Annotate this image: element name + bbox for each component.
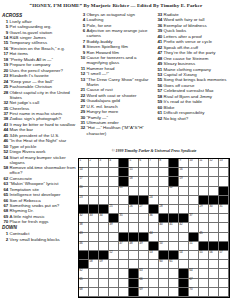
cell-number: 69 bbox=[139, 288, 142, 291]
clue-text: Pole, for one bbox=[87, 23, 112, 28]
cell-r1c9[interactable]: 8 bbox=[159, 159, 169, 168]
cell-r1c2[interactable]: 2 bbox=[89, 159, 99, 168]
cell-number: 68 bbox=[79, 288, 82, 291]
clue-across-46: 46“In the Heat of the Night” star bbox=[2, 138, 76, 143]
cell-number: 16 bbox=[179, 168, 182, 171]
cell-r11c13[interactable]: 55 bbox=[199, 251, 209, 260]
cell-r10c3[interactable] bbox=[99, 242, 109, 251]
cell-number: 40 bbox=[159, 223, 162, 226]
clue-text: Intelligence test developer bbox=[10, 192, 61, 197]
cell-r15c8[interactable] bbox=[149, 288, 159, 297]
cell-number: 17 bbox=[79, 177, 82, 180]
cell-r5c11[interactable] bbox=[179, 196, 189, 205]
cell-r3c11[interactable]: 19 bbox=[179, 177, 189, 186]
cell-r7c3[interactable]: 34 bbox=[99, 214, 109, 223]
cell-r7c13[interactable] bbox=[199, 214, 209, 223]
clue-text: Zodiac sign’s photograph? bbox=[10, 116, 61, 121]
clue-number: 36 bbox=[156, 23, 162, 28]
clue-down-12: 12“I smell —!” bbox=[79, 71, 152, 76]
clue-text: It’s read at the table bbox=[164, 99, 203, 104]
clue-number: 68 bbox=[2, 208, 8, 213]
cell-r12c11[interactable] bbox=[179, 260, 189, 269]
down-clue-list-part2: 3Obeys an octagonal sign4Loathing5Pole, … bbox=[79, 12, 152, 136]
clue-number: 25 bbox=[2, 84, 8, 89]
cell-r14c13[interactable] bbox=[199, 279, 209, 288]
cell-r2c4[interactable] bbox=[109, 168, 119, 177]
cell-r11c4[interactable]: 52 bbox=[109, 251, 119, 260]
cell-r12c3[interactable]: 59 bbox=[99, 260, 109, 269]
cell-r11c7[interactable] bbox=[139, 251, 149, 260]
clue-text: They’re the life of the party bbox=[164, 50, 216, 55]
cell-r15c7[interactable]: 69 bbox=[139, 288, 149, 297]
cell-r3c2[interactable] bbox=[89, 177, 99, 186]
cell-r15c10[interactable] bbox=[169, 288, 179, 297]
cell-r4c14[interactable] bbox=[209, 187, 219, 196]
cell-r10c2[interactable] bbox=[89, 242, 99, 251]
cell-r6c14[interactable]: 30 bbox=[209, 205, 219, 214]
clue-text: Lively affair bbox=[10, 19, 32, 24]
cell-r12c2[interactable]: 58 bbox=[89, 260, 99, 269]
cell-r13c2[interactable] bbox=[89, 269, 99, 278]
cell-r12c4[interactable] bbox=[109, 260, 119, 269]
cell-r6c10[interactable] bbox=[169, 205, 179, 214]
clue-text: Buddy-buddy bbox=[87, 39, 113, 44]
cell-number: 44 bbox=[149, 232, 152, 235]
cell-number: 15 bbox=[129, 168, 132, 171]
cell-r14c5[interactable] bbox=[119, 279, 129, 288]
cell-r1c8[interactable]: 7 bbox=[149, 159, 159, 168]
cell-r5c1[interactable]: 23 bbox=[79, 196, 89, 205]
cell-r15c3[interactable] bbox=[99, 288, 109, 297]
cell-r10c1[interactable]: 46 bbox=[79, 242, 89, 251]
clue-text: “Pretty Maids All in —” bbox=[10, 57, 53, 62]
cell-r15c4[interactable] bbox=[109, 288, 119, 297]
cell-number: 66 bbox=[139, 278, 142, 281]
cell-r5c12[interactable] bbox=[189, 196, 199, 205]
cell-r4c3[interactable] bbox=[99, 187, 109, 196]
cell-r6c9[interactable]: 28 bbox=[159, 205, 169, 214]
clue-text: Hungry for more bbox=[87, 109, 119, 114]
clue-down-30: 30“Family —” bbox=[79, 115, 152, 120]
clue-column-2: 3Obeys an octagonal sign4Loathing5Pole, … bbox=[79, 12, 152, 152]
cell-r8c12[interactable] bbox=[189, 223, 199, 232]
clue-down-51: 51Maine clothing company bbox=[156, 67, 230, 72]
cell-r2c9[interactable] bbox=[159, 168, 169, 177]
cell-number: 24 bbox=[149, 196, 152, 199]
cell-r8c11[interactable]: 42 bbox=[179, 223, 189, 232]
clue-column-1: ACROSS 1Lively affair5Pet safeguarding o… bbox=[2, 12, 76, 298]
cell-r2c2[interactable] bbox=[89, 168, 99, 177]
clue-text: Cause for tweezers and a magnifying glas… bbox=[87, 55, 137, 65]
cell-r3c7[interactable] bbox=[139, 177, 149, 186]
clue-text: Adjective on many orange juice cartons bbox=[87, 28, 148, 38]
cell-r3c14[interactable] bbox=[209, 177, 219, 186]
clue-text: Man the bar bbox=[10, 127, 33, 132]
clue-text: Steven Spielberg film bbox=[87, 44, 129, 49]
cell-r8c14[interactable] bbox=[209, 223, 219, 232]
cell-r7c8[interactable]: 36 bbox=[149, 214, 159, 223]
cell-r3c12[interactable] bbox=[189, 177, 199, 186]
cell-r7c15[interactable] bbox=[219, 214, 229, 223]
clue-number: 3 bbox=[79, 12, 85, 17]
cell-number: 13 bbox=[219, 159, 222, 162]
cell-r4c11[interactable] bbox=[179, 187, 189, 196]
cell-r15c15[interactable] bbox=[219, 288, 229, 297]
clue-across-20: 20Uses the pencil sharpener? bbox=[2, 68, 76, 73]
cell-r4c15 bbox=[219, 187, 229, 196]
cell-number: 59 bbox=[99, 260, 102, 263]
cell-r14c9[interactable] bbox=[159, 279, 169, 288]
cell-r6c11[interactable] bbox=[179, 205, 189, 214]
cell-r4c7[interactable] bbox=[139, 187, 149, 196]
cell-r1c5 bbox=[119, 159, 129, 168]
cell-r1c13[interactable]: 11 bbox=[199, 159, 209, 168]
clue-text: 34th president of the U.S. bbox=[10, 133, 60, 138]
cell-r1c14[interactable]: 12 bbox=[209, 159, 219, 168]
cell-r10c9[interactable]: 50 bbox=[159, 242, 169, 251]
clue-across-54: 54Start of many bumper sticker slogans bbox=[2, 155, 76, 165]
clue-down-55: 55Song that brings back memories bbox=[156, 77, 230, 82]
cell-r1c15[interactable]: 13 bbox=[219, 159, 229, 168]
clue-number: 29 bbox=[79, 109, 85, 114]
cell-r11c8[interactable]: 53 bbox=[149, 251, 159, 260]
clue-number: 45 bbox=[2, 133, 8, 138]
cell-r10c10[interactable] bbox=[169, 242, 179, 251]
clue-number: 5 bbox=[79, 23, 85, 28]
cell-r12c5[interactable] bbox=[119, 260, 129, 269]
cell-r15c6 bbox=[129, 288, 139, 297]
cell-r7c12[interactable]: 37 bbox=[189, 214, 199, 223]
cell-r15c12[interactable]: 70 bbox=[189, 288, 199, 297]
cell-r3c9[interactable] bbox=[159, 177, 169, 186]
cell-r9c11[interactable] bbox=[179, 233, 189, 242]
cell-r3c13[interactable] bbox=[199, 177, 209, 186]
cell-r3c4[interactable] bbox=[109, 177, 119, 186]
cell-number: 50 bbox=[159, 242, 162, 245]
cell-number: 33 bbox=[89, 214, 92, 217]
cell-r3c3[interactable] bbox=[99, 177, 109, 186]
clue-number: 50 bbox=[2, 144, 8, 149]
clue-number: 41 bbox=[156, 39, 162, 44]
cell-r9c13[interactable]: 45 bbox=[199, 233, 209, 242]
cell-number: 67 bbox=[189, 278, 192, 281]
clue-across-23: 23Elizabeth I’s favorite bbox=[2, 73, 76, 78]
cell-r11c11[interactable]: 54 bbox=[179, 251, 189, 260]
cell-r14c3[interactable] bbox=[99, 279, 109, 288]
cell-r7c5[interactable]: 35 bbox=[119, 214, 129, 223]
cell-r13c4[interactable] bbox=[109, 269, 119, 278]
cell-r2c13[interactable] bbox=[199, 168, 209, 177]
cell-r2c3[interactable] bbox=[99, 168, 109, 177]
cell-number: 42 bbox=[179, 223, 182, 226]
clue-number: 28 bbox=[2, 90, 8, 95]
clue-text: Very small building blocks bbox=[10, 237, 60, 242]
clue-down-48: 48One cause for Steinem bbox=[156, 56, 230, 61]
cell-r6c6[interactable]: 26 bbox=[129, 205, 139, 214]
clue-across-66: 66Son of Rebecca bbox=[2, 198, 76, 203]
cell-r12c9[interactable]: 60 bbox=[159, 260, 169, 269]
cell-r13c3[interactable] bbox=[99, 269, 109, 278]
cell-number: 57 bbox=[219, 251, 222, 254]
cell-number: 58 bbox=[89, 260, 92, 263]
cell-r15c14[interactable] bbox=[209, 288, 219, 297]
cell-r4c6[interactable] bbox=[129, 187, 139, 196]
cell-r4c5[interactable]: 21 bbox=[119, 187, 129, 196]
cell-r13c10[interactable] bbox=[169, 269, 179, 278]
clue-down-3: 3Obeys an octagonal sign bbox=[79, 12, 152, 17]
cell-r10c6[interactable]: 48 bbox=[129, 242, 139, 251]
clue-down-47: 47They’re the life of the party bbox=[156, 50, 230, 55]
clue-number: 48 bbox=[156, 56, 162, 61]
cell-r4c12[interactable] bbox=[189, 187, 199, 196]
cell-r15c1[interactable]: 68 bbox=[79, 288, 89, 297]
cell-number: 46 bbox=[79, 242, 82, 245]
cell-r1c12[interactable]: 10 bbox=[189, 159, 199, 168]
cell-r1c3[interactable]: 3 bbox=[99, 159, 109, 168]
cell-r8c4[interactable]: 39 bbox=[109, 223, 119, 232]
cell-r12c10[interactable]: 61 bbox=[169, 260, 179, 269]
cell-r3c15[interactable] bbox=[219, 177, 229, 186]
clue-number: 31 bbox=[79, 120, 85, 125]
cell-r13c14[interactable] bbox=[209, 269, 219, 278]
cell-r13c15[interactable] bbox=[219, 269, 229, 278]
cell-r1c4[interactable]: 4 bbox=[109, 159, 119, 168]
clue-down-62: 62No big shot? bbox=[156, 116, 230, 121]
clue-text: “Keep your — the ball” bbox=[10, 79, 54, 84]
cell-r9c4[interactable] bbox=[109, 233, 119, 242]
clue-text: Remove old-time shoemaker from office? bbox=[10, 165, 76, 175]
cell-number: 28 bbox=[159, 205, 162, 208]
clue-text: Loathing bbox=[87, 17, 104, 22]
cell-r12c6[interactable] bbox=[129, 260, 139, 269]
clue-number: 62 bbox=[156, 116, 162, 121]
cell-r9c15[interactable] bbox=[219, 233, 229, 242]
cell-number: 36 bbox=[149, 214, 152, 217]
clue-number: 63 bbox=[2, 181, 8, 186]
cell-r2c12[interactable] bbox=[189, 168, 199, 177]
cell-r8c5[interactable] bbox=[119, 223, 129, 232]
clue-across-1: 1Lively affair bbox=[2, 19, 76, 24]
cell-r7c2[interactable]: 33 bbox=[89, 214, 99, 223]
cell-r15c13[interactable] bbox=[199, 288, 209, 297]
clue-number: 1 bbox=[2, 231, 8, 236]
clue-number: 38 bbox=[2, 116, 8, 121]
clue-number: 33 bbox=[156, 12, 162, 17]
cell-number: 2 bbox=[89, 159, 91, 162]
clue-number: 32 bbox=[2, 100, 8, 105]
cell-number: 10 bbox=[189, 159, 192, 162]
clue-text: Place for fresh eggs bbox=[10, 219, 49, 224]
cell-r6c13[interactable]: 29 bbox=[199, 205, 209, 214]
cell-r8c3[interactable] bbox=[99, 223, 109, 232]
clue-number: 59 bbox=[156, 99, 162, 104]
clue-number: 52 bbox=[2, 149, 8, 154]
cell-r11c5[interactable] bbox=[119, 251, 129, 260]
cell-r2c14[interactable] bbox=[209, 168, 219, 177]
cell-r6c15[interactable]: 31 bbox=[219, 205, 229, 214]
clue-across-68: 68Rhyming Dr. bbox=[2, 208, 76, 213]
cell-r2c8[interactable] bbox=[149, 168, 159, 177]
clue-number: 9 bbox=[2, 30, 8, 35]
clue-text: R&B singer James bbox=[10, 35, 46, 40]
clue-text: Something snobs put on? bbox=[10, 203, 60, 208]
crossword-grid: 1234567891011121314151617181920212223242… bbox=[78, 158, 230, 298]
clue-down-6: 6Adjective on many orange juice cartons bbox=[79, 28, 152, 38]
cell-r5c10[interactable] bbox=[169, 196, 179, 205]
clue-across-50: 50Type of pickle bbox=[2, 144, 76, 149]
clue-down-11: 11Hammer head bbox=[79, 66, 152, 71]
clue-text: Capital of Xizang bbox=[164, 72, 197, 77]
cell-r9c14[interactable] bbox=[209, 233, 219, 242]
cell-r13c9[interactable] bbox=[159, 269, 169, 278]
cell-number: 7 bbox=[149, 159, 151, 162]
cell-r8c6[interactable] bbox=[129, 223, 139, 232]
cell-r8c9[interactable]: 40 bbox=[159, 223, 169, 232]
cell-r1c7[interactable]: 6 bbox=[139, 159, 149, 168]
cell-r4c2[interactable] bbox=[89, 187, 99, 196]
cell-r7c7[interactable] bbox=[139, 214, 149, 223]
clue-text: Ron Howard film bbox=[87, 50, 119, 55]
cell-r8c7[interactable] bbox=[139, 223, 149, 232]
cell-r14c2[interactable] bbox=[89, 279, 99, 288]
cell-r5c2[interactable] bbox=[89, 196, 99, 205]
clue-text: Consecrate bbox=[10, 176, 32, 181]
cell-number: 23 bbox=[79, 196, 82, 199]
clue-text: “The Drew Carey Show” regular Martin bbox=[87, 77, 149, 87]
clue-text: Cheerless bbox=[10, 106, 30, 111]
cell-r2c15[interactable] bbox=[219, 168, 229, 177]
clue-number: 21 bbox=[79, 87, 85, 92]
cell-r3c6[interactable]: 18 bbox=[129, 177, 139, 186]
clue-number: 18 bbox=[2, 57, 8, 62]
clue-across-14: 14R&B singer James bbox=[2, 35, 76, 40]
clue-text: “In the Heat of the Night” star bbox=[10, 138, 67, 143]
clue-down-33: 33Radiate bbox=[156, 12, 230, 17]
cell-number: 35 bbox=[119, 214, 122, 217]
clue-down-42: 42Speak off-the-cuff bbox=[156, 45, 230, 50]
across-header: ACROSS bbox=[2, 13, 76, 18]
cell-number: 52 bbox=[109, 251, 112, 254]
cell-r8c10[interactable]: 41 bbox=[169, 223, 179, 232]
cell-r1c10 bbox=[169, 159, 179, 168]
cell-r6c7[interactable]: 27 bbox=[139, 205, 149, 214]
cell-r13c5[interactable] bbox=[119, 269, 129, 278]
clue-number: 55 bbox=[156, 77, 162, 82]
cell-r9c2[interactable] bbox=[89, 233, 99, 242]
clue-text: Obeys an octagonal sign bbox=[87, 12, 135, 17]
cell-r12c15[interactable] bbox=[219, 260, 229, 269]
cell-r14c10[interactable] bbox=[169, 279, 179, 288]
cell-number: 56 bbox=[209, 251, 212, 254]
cell-number: 61 bbox=[169, 260, 172, 263]
cell-r10c7[interactable]: 49 bbox=[139, 242, 149, 251]
clue-number: 32 bbox=[79, 125, 85, 130]
cell-number: 38 bbox=[79, 223, 82, 226]
cell-r14c15[interactable] bbox=[219, 279, 229, 288]
cell-number: 9 bbox=[179, 159, 181, 162]
clue-text: “Einstein on the Beach,” e.g. bbox=[10, 46, 65, 51]
cell-r10c5[interactable]: 47 bbox=[119, 242, 129, 251]
cell-r10c12[interactable]: 51 bbox=[189, 242, 199, 251]
clue-number: 46 bbox=[2, 138, 8, 143]
cell-r14c8[interactable] bbox=[149, 279, 159, 288]
cell-r4c10[interactable]: 22 bbox=[169, 187, 179, 196]
cell-r13c13[interactable] bbox=[199, 269, 209, 278]
clue-down-22: 22Word with coat or shooter bbox=[79, 93, 152, 98]
cell-r9c3[interactable] bbox=[99, 233, 109, 242]
clue-down-4: 4Loathing bbox=[79, 17, 152, 22]
cell-r9c8[interactable]: 44 bbox=[149, 233, 159, 242]
down-clue-list-part1: 1Contradict2Very small building blocks bbox=[2, 231, 76, 242]
cell-r6c4[interactable]: 25 bbox=[109, 205, 119, 214]
cell-r11c6[interactable] bbox=[129, 251, 139, 260]
cell-r2c7[interactable] bbox=[139, 168, 149, 177]
clue-text: Oldest capital city in the United States bbox=[10, 90, 70, 100]
cell-r4c9[interactable] bbox=[159, 187, 169, 196]
cell-number: 47 bbox=[119, 242, 122, 245]
clue-text: Goes off course bbox=[164, 83, 195, 88]
cell-r8c15[interactable] bbox=[219, 223, 229, 232]
cell-number: 51 bbox=[189, 242, 192, 245]
clue-number: 51 bbox=[156, 67, 162, 72]
cell-number: 27 bbox=[139, 205, 142, 208]
clue-number: 26 bbox=[79, 98, 85, 103]
cell-r12c13[interactable] bbox=[199, 260, 209, 269]
cell-r7c6[interactable] bbox=[129, 214, 139, 223]
cell-r9c10[interactable] bbox=[169, 233, 179, 242]
clue-text: Celebrated surrealist Max bbox=[164, 88, 214, 93]
clue-across-32: 32Net judge’s call bbox=[2, 100, 76, 105]
clue-text: Quick looks bbox=[164, 28, 187, 33]
clue-text: Word with fairy or tall bbox=[164, 17, 205, 22]
cell-r11c14[interactable]: 56 bbox=[209, 251, 219, 260]
cell-r4c4[interactable] bbox=[109, 187, 119, 196]
cell-r4c13[interactable] bbox=[199, 187, 209, 196]
clue-number: 57 bbox=[156, 88, 162, 93]
cell-r5c5[interactable] bbox=[119, 196, 129, 205]
clue-across-16: 16“Einstein on the Beach,” e.g. bbox=[2, 46, 76, 51]
clue-number: 30 bbox=[79, 115, 85, 120]
cell-r5c3[interactable] bbox=[99, 196, 109, 205]
cell-r15c2[interactable] bbox=[89, 288, 99, 297]
cell-r11c12[interactable] bbox=[189, 251, 199, 260]
clue-text: No big shot? bbox=[164, 116, 189, 121]
clue-down-34: 34Word with fairy or tall bbox=[156, 17, 230, 22]
clue-column-3: 33Radiate34Word with fairy or tall36Exem… bbox=[156, 12, 230, 152]
cell-number: 64 bbox=[189, 269, 192, 272]
cell-r14c4[interactable] bbox=[109, 279, 119, 288]
cell-r7c14[interactable] bbox=[209, 214, 219, 223]
clue-text: Gavel-to-gavel station bbox=[10, 30, 53, 35]
cell-r14c14[interactable] bbox=[209, 279, 219, 288]
clue-text: Radiate bbox=[164, 12, 179, 17]
cell-r15c9[interactable] bbox=[159, 288, 169, 297]
page-title: “HONEY, I’M HOME” By Marjorie Richter — … bbox=[0, 3, 232, 8]
cell-r5c8[interactable]: 24 bbox=[149, 196, 159, 205]
cell-r8c2[interactable] bbox=[89, 223, 99, 232]
cell-r13c8[interactable] bbox=[149, 269, 159, 278]
clue-text: Cause of rust bbox=[87, 87, 113, 92]
cell-r12c14[interactable] bbox=[209, 260, 219, 269]
cell-r3c8[interactable] bbox=[149, 177, 159, 186]
cell-r12c8[interactable] bbox=[149, 260, 159, 269]
clue-across-63: 63“Makin’ Whoopee” lyricist bbox=[2, 181, 76, 186]
clue-across-62: 62Consecrate bbox=[2, 176, 76, 181]
cell-r11c15[interactable]: 57 bbox=[219, 251, 229, 260]
cell-r15c5[interactable] bbox=[119, 288, 129, 297]
clue-text: Uses the pencil sharpener? bbox=[10, 68, 63, 73]
clue-text: Word with coat or shooter bbox=[87, 93, 137, 98]
